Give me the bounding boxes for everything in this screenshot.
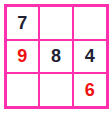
cell-r3c3[interactable]: 6 — [73, 73, 107, 107]
cell-r1c2[interactable] — [39, 6, 73, 40]
cell-r3c1[interactable] — [6, 73, 40, 107]
cell-r1c1[interactable]: 7 — [6, 6, 40, 40]
cell-r3c2[interactable] — [39, 73, 73, 107]
cell-r1c3[interactable] — [73, 6, 107, 40]
puzzle-page: 7 9 8 4 6 — [0, 0, 112, 113]
sudoku-grid: 7 9 8 4 6 — [4, 4, 109, 109]
cell-r2c1[interactable]: 9 — [6, 40, 40, 74]
cell-r2c3[interactable]: 4 — [73, 40, 107, 74]
cell-r2c2[interactable]: 8 — [39, 40, 73, 74]
